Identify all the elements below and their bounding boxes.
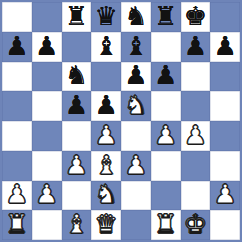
square-b7[interactable]: ♟ (32, 32, 62, 62)
square-h1[interactable] (210, 210, 240, 240)
square-h8[interactable] (210, 2, 240, 32)
square-g3[interactable] (181, 151, 211, 181)
black-bishop-piece[interactable]: ♝ (124, 33, 147, 59)
square-a7[interactable]: ♟ (2, 32, 32, 62)
square-g4[interactable]: ♟ (181, 121, 211, 151)
square-a4[interactable] (2, 121, 32, 151)
square-f1[interactable]: ♜ (151, 210, 181, 240)
white-bishop-piece[interactable]: ♝ (94, 152, 117, 178)
square-f4[interactable]: ♟ (151, 121, 181, 151)
square-a3[interactable] (2, 151, 32, 181)
square-c2[interactable] (62, 181, 92, 211)
black-rook-piece[interactable]: ♜ (65, 3, 88, 29)
white-knight-piece[interactable]: ♞ (124, 92, 147, 118)
square-h5[interactable] (210, 91, 240, 121)
square-f8[interactable]: ♜ (151, 2, 181, 32)
white-pawn-piece[interactable]: ♟ (65, 152, 88, 178)
square-h6[interactable] (210, 62, 240, 92)
black-pawn-piece[interactable]: ♟ (124, 62, 147, 88)
white-pawn-piece[interactable]: ♟ (94, 122, 117, 148)
black-pawn-piece[interactable]: ♟ (94, 92, 117, 118)
black-pawn-piece[interactable]: ♟ (184, 33, 207, 59)
square-d5[interactable]: ♟ (91, 91, 121, 121)
square-g2[interactable] (181, 181, 211, 211)
square-c6[interactable]: ♞ (62, 62, 92, 92)
black-pawn-piece[interactable]: ♟ (65, 92, 88, 118)
chess-board-container: ♜♛♞♜♚♟♟♝♝♟♟♞♟♟♟♟♞♟♟♟♟♝♟♟♟♞♟♜♝♛♜♚ (0, 0, 242, 242)
square-e8[interactable]: ♞ (121, 2, 151, 32)
white-pawn-piece[interactable]: ♟ (5, 181, 28, 207)
square-a5[interactable] (2, 91, 32, 121)
black-knight-piece[interactable]: ♞ (124, 3, 147, 29)
square-f2[interactable] (151, 181, 181, 211)
square-h2[interactable]: ♟ (210, 181, 240, 211)
square-d1[interactable]: ♛ (91, 210, 121, 240)
square-e3[interactable]: ♟ (121, 151, 151, 181)
square-g6[interactable] (181, 62, 211, 92)
black-queen-piece[interactable]: ♛ (94, 3, 117, 29)
square-d6[interactable] (91, 62, 121, 92)
square-d2[interactable]: ♞ (91, 181, 121, 211)
square-h4[interactable] (210, 121, 240, 151)
square-e1[interactable] (121, 210, 151, 240)
square-f7[interactable] (151, 32, 181, 62)
square-b2[interactable]: ♟ (32, 181, 62, 211)
square-e6[interactable]: ♟ (121, 62, 151, 92)
white-rook-piece[interactable]: ♜ (5, 211, 28, 237)
white-pawn-piece[interactable]: ♟ (124, 152, 147, 178)
square-d4[interactable]: ♟ (91, 121, 121, 151)
black-pawn-piece[interactable]: ♟ (35, 33, 58, 59)
black-king-piece[interactable]: ♚ (184, 3, 207, 29)
black-bishop-piece[interactable]: ♝ (94, 33, 117, 59)
square-c5[interactable]: ♟ (62, 91, 92, 121)
square-b6[interactable] (32, 62, 62, 92)
square-g7[interactable]: ♟ (181, 32, 211, 62)
white-king-piece[interactable]: ♚ (184, 211, 207, 237)
square-g5[interactable] (181, 91, 211, 121)
square-a2[interactable]: ♟ (2, 181, 32, 211)
white-pawn-piece[interactable]: ♟ (213, 181, 236, 207)
square-b3[interactable] (32, 151, 62, 181)
white-bishop-piece[interactable]: ♝ (65, 211, 88, 237)
square-g8[interactable]: ♚ (181, 2, 211, 32)
square-e7[interactable]: ♝ (121, 32, 151, 62)
square-b4[interactable] (32, 121, 62, 151)
square-d7[interactable]: ♝ (91, 32, 121, 62)
square-e4[interactable] (121, 121, 151, 151)
square-h7[interactable]: ♟ (210, 32, 240, 62)
square-e2[interactable] (121, 181, 151, 211)
white-pawn-piece[interactable]: ♟ (154, 122, 177, 148)
chess-board: ♜♛♞♜♚♟♟♝♝♟♟♞♟♟♟♟♞♟♟♟♟♝♟♟♟♞♟♜♝♛♜♚ (0, 0, 242, 242)
black-rook-piece[interactable]: ♜ (154, 3, 177, 29)
square-c4[interactable] (62, 121, 92, 151)
square-a6[interactable] (2, 62, 32, 92)
white-pawn-piece[interactable]: ♟ (35, 181, 58, 207)
square-c8[interactable]: ♜ (62, 2, 92, 32)
square-d8[interactable]: ♛ (91, 2, 121, 32)
square-b8[interactable] (32, 2, 62, 32)
square-a8[interactable] (2, 2, 32, 32)
black-pawn-piece[interactable]: ♟ (154, 62, 177, 88)
square-b1[interactable] (32, 210, 62, 240)
black-pawn-piece[interactable]: ♟ (5, 33, 28, 59)
square-f5[interactable] (151, 91, 181, 121)
square-c3[interactable]: ♟ (62, 151, 92, 181)
square-f6[interactable]: ♟ (151, 62, 181, 92)
square-c7[interactable] (62, 32, 92, 62)
black-pawn-piece[interactable]: ♟ (213, 33, 236, 59)
white-rook-piece[interactable]: ♜ (154, 211, 177, 237)
white-queen-piece[interactable]: ♛ (94, 211, 117, 237)
square-a1[interactable]: ♜ (2, 210, 32, 240)
square-c1[interactable]: ♝ (62, 210, 92, 240)
square-b5[interactable] (32, 91, 62, 121)
square-h3[interactable] (210, 151, 240, 181)
square-f3[interactable] (151, 151, 181, 181)
black-knight-piece[interactable]: ♞ (65, 62, 88, 88)
square-e5[interactable]: ♞ (121, 91, 151, 121)
square-g1[interactable]: ♚ (181, 210, 211, 240)
square-d3[interactable]: ♝ (91, 151, 121, 181)
white-pawn-piece[interactable]: ♟ (184, 122, 207, 148)
white-knight-piece[interactable]: ♞ (94, 181, 117, 207)
